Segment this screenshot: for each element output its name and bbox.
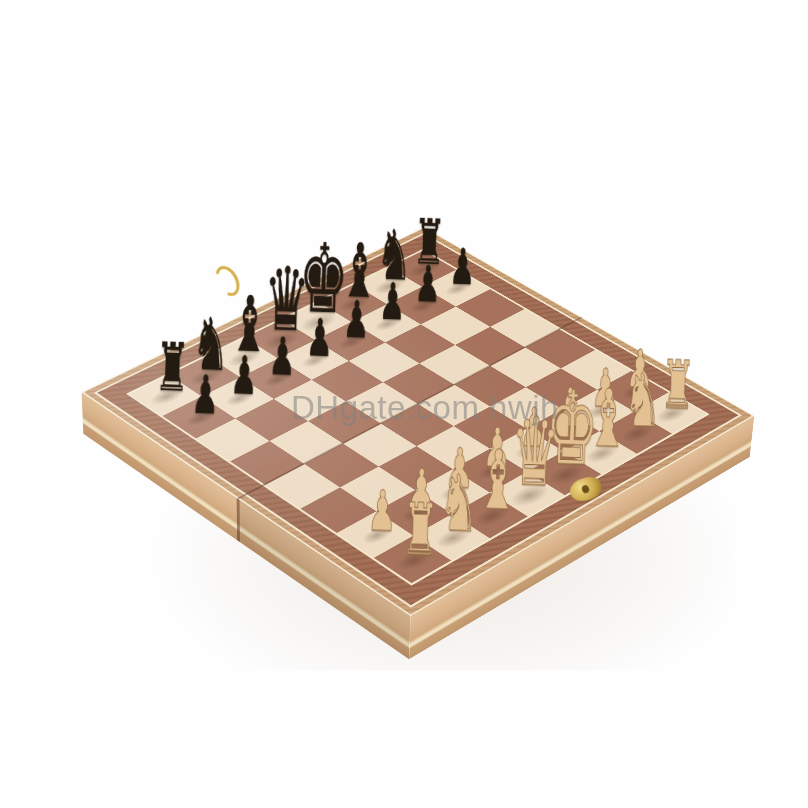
piece-black-pawn-a7[interactable]: ♟ [153, 282, 261, 423]
pawn-glyph-icon: ♟ [191, 370, 220, 422]
piece-white-rook-a1[interactable]: ♜ [364, 415, 479, 565]
watermark: DHgate.com hwjh [291, 389, 559, 427]
rook-glyph-icon: ♜ [400, 495, 439, 564]
product-photo: ♜♞♝♛♚♝♞♜♟♟♟♟♟♟♟♟♟♟♟♟♟♟♟♟♜♞♝♛♚♝♞♜ DHgate.… [0, 0, 808, 808]
